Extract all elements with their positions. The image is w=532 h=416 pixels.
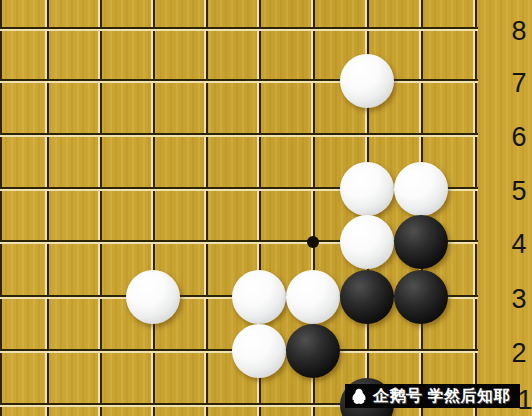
watermark-text: 企鹅号 学然后知耶 bbox=[373, 388, 510, 404]
white-stone bbox=[340, 54, 394, 108]
white-stone bbox=[126, 270, 180, 324]
white-stone bbox=[286, 270, 340, 324]
go-app-screenshot: 企鹅号 学然后知耶 87654321 bbox=[0, 0, 532, 416]
grid-line-vertical bbox=[98, 0, 102, 416]
row-label-3: 3 bbox=[511, 286, 526, 313]
row-label-7: 7 bbox=[511, 70, 526, 97]
grid-line-vertical bbox=[45, 0, 49, 416]
grid-line-vertical bbox=[473, 0, 477, 416]
grid-line-vertical bbox=[151, 0, 155, 416]
black-stone bbox=[340, 270, 394, 324]
star-point bbox=[307, 236, 319, 248]
row-label-2: 2 bbox=[511, 340, 526, 367]
row-label-5: 5 bbox=[511, 178, 526, 205]
black-stone bbox=[394, 215, 448, 269]
grid-line-horizontal bbox=[0, 27, 478, 31]
white-stone bbox=[340, 215, 394, 269]
row-label-8: 8 bbox=[511, 18, 526, 45]
grid-line-vertical bbox=[204, 0, 208, 416]
grid-line-horizontal bbox=[0, 79, 478, 83]
black-stone bbox=[286, 324, 340, 378]
black-stone bbox=[394, 270, 448, 324]
row-label-4: 4 bbox=[511, 231, 526, 258]
row-label-1: 1 bbox=[517, 387, 532, 414]
row-label-6: 6 bbox=[511, 124, 526, 151]
white-stone bbox=[340, 162, 394, 216]
go-board[interactable] bbox=[0, 0, 532, 416]
grid-line-horizontal bbox=[0, 133, 478, 137]
watermark: 企鹅号 学然后知耶 bbox=[345, 384, 520, 408]
white-stone bbox=[232, 270, 286, 324]
white-stone bbox=[394, 162, 448, 216]
white-stone bbox=[232, 324, 286, 378]
penguin-icon bbox=[350, 387, 368, 406]
grid-line-vertical bbox=[0, 0, 2, 416]
